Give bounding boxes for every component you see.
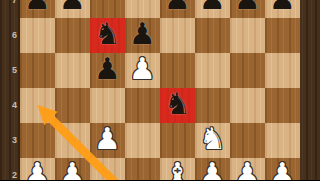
rank-label-4: 4 bbox=[2, 100, 17, 110]
square-h2[interactable]: ♟ bbox=[265, 158, 300, 181]
square-e7[interactable]: ♟ bbox=[160, 0, 195, 18]
piece-black-knight-c6[interactable]: ♞ bbox=[94, 19, 121, 49]
square-a6[interactable] bbox=[20, 18, 55, 53]
piece-white-pawn-b2[interactable]: ♟ bbox=[59, 159, 86, 180]
piece-white-bishop-e2[interactable]: ♝ bbox=[164, 159, 191, 180]
square-b7[interactable]: ♟ bbox=[55, 0, 90, 18]
square-c2[interactable] bbox=[90, 158, 125, 181]
piece-white-pawn-a2[interactable]: ♟ bbox=[24, 159, 51, 180]
square-h5[interactable] bbox=[265, 53, 300, 88]
rank-label-2: 2 bbox=[2, 170, 17, 180]
square-e4[interactable]: ♞ bbox=[160, 88, 195, 123]
square-f7[interactable]: ♟ bbox=[195, 0, 230, 18]
piece-white-knight-f3[interactable]: ♞ bbox=[199, 124, 226, 154]
square-h4[interactable] bbox=[265, 88, 300, 123]
square-h3[interactable] bbox=[265, 123, 300, 158]
square-g5[interactable] bbox=[230, 53, 265, 88]
square-g7[interactable]: ♟ bbox=[230, 0, 265, 18]
square-a4[interactable] bbox=[20, 88, 55, 123]
chess-board: ♟♟♟♟♟♟♞♟♟♟♞♟♞♟♟♝♟♟♟ bbox=[20, 0, 300, 180]
square-b2[interactable]: ♟ bbox=[55, 158, 90, 181]
square-b3[interactable] bbox=[55, 123, 90, 158]
square-e6[interactable] bbox=[160, 18, 195, 53]
rank-coordinates: 765432 bbox=[0, 0, 19, 180]
square-a5[interactable] bbox=[20, 53, 55, 88]
piece-white-pawn-c3[interactable]: ♟ bbox=[94, 124, 121, 154]
square-d2[interactable] bbox=[125, 158, 160, 181]
piece-white-pawn-h2[interactable]: ♟ bbox=[269, 159, 296, 180]
piece-black-pawn-f7[interactable]: ♟ bbox=[199, 0, 226, 14]
square-c4[interactable] bbox=[90, 88, 125, 123]
square-f5[interactable] bbox=[195, 53, 230, 88]
square-c3[interactable]: ♟ bbox=[90, 123, 125, 158]
square-c6[interactable]: ♞ bbox=[90, 18, 125, 53]
square-a7[interactable]: ♟ bbox=[20, 0, 55, 18]
piece-black-pawn-c5[interactable]: ♟ bbox=[94, 54, 121, 84]
square-d3[interactable] bbox=[125, 123, 160, 158]
square-g3[interactable] bbox=[230, 123, 265, 158]
piece-white-pawn-f2[interactable]: ♟ bbox=[199, 159, 226, 180]
square-d4[interactable] bbox=[125, 88, 160, 123]
square-h6[interactable] bbox=[265, 18, 300, 53]
square-d7[interactable] bbox=[125, 0, 160, 18]
piece-white-pawn-d5[interactable]: ♟ bbox=[129, 54, 156, 84]
square-f2[interactable]: ♟ bbox=[195, 158, 230, 181]
piece-black-knight-e4[interactable]: ♞ bbox=[164, 89, 191, 119]
square-g2[interactable]: ♟ bbox=[230, 158, 265, 181]
piece-black-pawn-e7[interactable]: ♟ bbox=[164, 0, 191, 14]
piece-black-pawn-g7[interactable]: ♟ bbox=[234, 0, 261, 14]
square-a2[interactable]: ♟ bbox=[20, 158, 55, 181]
square-f6[interactable] bbox=[195, 18, 230, 53]
square-b4[interactable] bbox=[55, 88, 90, 123]
square-b6[interactable] bbox=[55, 18, 90, 53]
piece-black-pawn-b7[interactable]: ♟ bbox=[59, 0, 86, 14]
rank-label-5: 5 bbox=[2, 65, 17, 75]
square-e2[interactable]: ♝ bbox=[160, 158, 195, 181]
rank-label-7: 7 bbox=[2, 0, 17, 5]
board-background: ♟♟♟♟♟♟♞♟♟♟♞♟♞♟♟♝♟♟♟ 765432 bbox=[0, 0, 320, 180]
square-b5[interactable] bbox=[55, 53, 90, 88]
square-g4[interactable] bbox=[230, 88, 265, 123]
square-a3[interactable] bbox=[20, 123, 55, 158]
piece-black-pawn-h7[interactable]: ♟ bbox=[269, 0, 296, 14]
square-h7[interactable]: ♟ bbox=[265, 0, 300, 18]
piece-black-pawn-a7[interactable]: ♟ bbox=[24, 0, 51, 14]
piece-white-pawn-g2[interactable]: ♟ bbox=[234, 159, 261, 180]
square-d5[interactable]: ♟ bbox=[125, 53, 160, 88]
square-d6[interactable]: ♟ bbox=[125, 18, 160, 53]
square-f4[interactable] bbox=[195, 88, 230, 123]
square-c7[interactable] bbox=[90, 0, 125, 18]
square-g6[interactable] bbox=[230, 18, 265, 53]
rank-label-6: 6 bbox=[2, 30, 17, 40]
square-c5[interactable]: ♟ bbox=[90, 53, 125, 88]
square-e3[interactable] bbox=[160, 123, 195, 158]
square-e5[interactable] bbox=[160, 53, 195, 88]
square-f3[interactable]: ♞ bbox=[195, 123, 230, 158]
piece-black-pawn-d6[interactable]: ♟ bbox=[129, 19, 156, 49]
rank-label-3: 3 bbox=[2, 135, 17, 145]
